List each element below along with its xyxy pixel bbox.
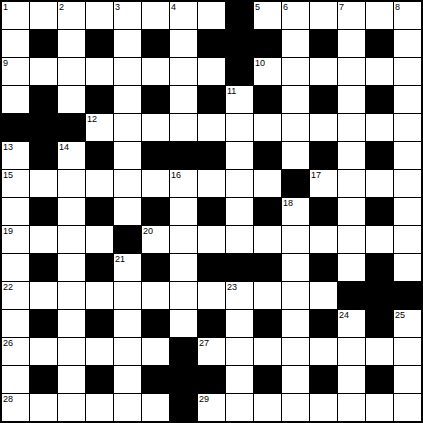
black-cell-r4c4 [86, 86, 113, 113]
black-cell-r10c10 [254, 254, 281, 281]
cell-r11c6[interactable] [142, 282, 169, 309]
cell-r4c9[interactable]: 11 [226, 86, 253, 113]
clue-number: 15 [3, 170, 13, 180]
cell-r14c11[interactable] [282, 366, 309, 393]
cell-r1c4[interactable] [86, 2, 113, 29]
cell-r7c1[interactable]: 15 [2, 170, 29, 197]
black-cell-r6c12 [310, 142, 337, 169]
cell-r5c8[interactable] [198, 114, 225, 141]
cell-r4c15[interactable] [394, 86, 421, 113]
cell-r9c2[interactable] [30, 226, 57, 253]
clue-number: 13 [3, 142, 13, 152]
black-cell-r12c10 [254, 310, 281, 337]
cell-r1c3[interactable]: 2 [58, 2, 85, 29]
clue-number: 25 [395, 310, 405, 320]
clue-number: 7 [339, 2, 344, 12]
cell-r2c15[interactable] [394, 30, 421, 57]
cell-r1c1[interactable]: 1 [2, 2, 29, 29]
cell-r3c10[interactable]: 10 [254, 58, 281, 85]
cell-r7c7[interactable]: 16 [170, 170, 197, 197]
black-cell-r2c9 [226, 30, 253, 57]
clue-number: 21 [115, 254, 125, 264]
black-cell-r5c3 [58, 114, 85, 141]
cell-r9c13[interactable] [338, 226, 365, 253]
black-cell-r14c2 [30, 366, 57, 393]
clue-number: 8 [395, 2, 400, 12]
cell-r5c12[interactable] [310, 114, 337, 141]
cell-r9c15[interactable] [394, 226, 421, 253]
cell-r7c8[interactable] [198, 170, 225, 197]
black-cell-r14c6 [142, 366, 169, 393]
black-cell-r10c6 [142, 254, 169, 281]
cell-r14c5[interactable] [114, 366, 141, 393]
cell-r1c13[interactable]: 7 [338, 2, 365, 29]
cell-r4c1[interactable] [2, 86, 29, 113]
cell-r1c7[interactable]: 4 [170, 2, 197, 29]
cell-r8c7[interactable] [170, 198, 197, 225]
clue-number: 11 [227, 86, 236, 96]
cell-r2c13[interactable] [338, 30, 365, 57]
cell-r11c8[interactable] [198, 282, 225, 309]
black-cell-r9c5 [114, 226, 141, 253]
cell-r1c11[interactable]: 6 [282, 2, 309, 29]
cell-r10c15[interactable] [394, 254, 421, 281]
cell-r7c14[interactable] [366, 170, 393, 197]
black-cell-r15c7 [170, 394, 197, 421]
clue-number: 9 [3, 58, 8, 68]
cell-r9c9[interactable] [226, 226, 253, 253]
black-cell-r4c10 [254, 86, 281, 113]
cell-r5c5[interactable] [114, 114, 141, 141]
black-cell-r14c8 [198, 366, 225, 393]
cell-r13c2[interactable] [30, 338, 57, 365]
black-cell-r11c13 [338, 282, 365, 309]
cell-r3c15[interactable] [394, 58, 421, 85]
cell-r13c13[interactable] [338, 338, 365, 365]
cell-r12c7[interactable] [170, 310, 197, 337]
black-cell-r4c2 [30, 86, 57, 113]
black-cell-r12c6 [142, 310, 169, 337]
cell-r3c14[interactable] [366, 58, 393, 85]
cell-r12c1[interactable] [2, 310, 29, 337]
black-cell-r10c4 [86, 254, 113, 281]
black-cell-r14c4 [86, 366, 113, 393]
black-cell-r1c9 [226, 2, 253, 29]
black-cell-r6c14 [366, 142, 393, 169]
clue-number: 20 [143, 226, 153, 236]
cell-r6c5[interactable] [114, 142, 141, 169]
black-cell-r6c6 [142, 142, 169, 169]
cell-r5c11[interactable] [282, 114, 309, 141]
clue-number: 3 [115, 2, 120, 12]
cell-r6c3[interactable]: 14 [58, 142, 85, 169]
black-cell-r3c9 [226, 58, 253, 85]
cell-r14c13[interactable] [338, 366, 365, 393]
cell-r9c6[interactable]: 20 [142, 226, 169, 253]
clue-number: 4 [171, 2, 176, 12]
cell-r11c9[interactable]: 23 [226, 282, 253, 309]
black-cell-r12c8 [198, 310, 225, 337]
black-cell-r6c4 [86, 142, 113, 169]
cell-r9c11[interactable] [282, 226, 309, 253]
cell-r8c11[interactable]: 18 [282, 198, 309, 225]
cell-r9c4[interactable] [86, 226, 113, 253]
clue-number: 14 [59, 142, 69, 152]
black-cell-r5c2 [30, 114, 57, 141]
cell-r11c3[interactable] [58, 282, 85, 309]
cell-r13c1[interactable]: 26 [2, 338, 29, 365]
cell-r15c9[interactable] [226, 394, 253, 421]
cell-r15c14[interactable] [366, 394, 393, 421]
cell-r11c2[interactable] [30, 282, 57, 309]
black-cell-r8c2 [30, 198, 57, 225]
cell-r6c15[interactable] [394, 142, 421, 169]
cell-r15c1[interactable]: 28 [2, 394, 29, 421]
cell-r11c5[interactable] [114, 282, 141, 309]
cell-r15c6[interactable] [142, 394, 169, 421]
cell-r5c7[interactable] [170, 114, 197, 141]
cell-r9c1[interactable]: 19 [2, 226, 29, 253]
cell-r13c8[interactable]: 27 [198, 338, 225, 365]
cell-r2c1[interactable] [2, 30, 29, 57]
cell-r1c10[interactable]: 5 [254, 2, 281, 29]
cell-r9c3[interactable] [58, 226, 85, 253]
cell-r13c15[interactable] [394, 338, 421, 365]
black-cell-r8c8 [198, 198, 225, 225]
cell-r5c9[interactable] [226, 114, 253, 141]
black-cell-r4c8 [198, 86, 225, 113]
cell-r7c15[interactable] [394, 170, 421, 197]
cell-r3c13[interactable] [338, 58, 365, 85]
cell-r8c15[interactable] [394, 198, 421, 225]
black-cell-r4c14 [366, 86, 393, 113]
black-cell-r10c9 [226, 254, 253, 281]
cell-r10c7[interactable] [170, 254, 197, 281]
cell-r13c4[interactable] [86, 338, 113, 365]
cell-r1c8[interactable] [198, 2, 225, 29]
cell-r7c3[interactable] [58, 170, 85, 197]
black-cell-r13c7 [170, 338, 197, 365]
cell-r15c11[interactable] [282, 394, 309, 421]
black-cell-r2c6 [142, 30, 169, 57]
cell-r7c2[interactable] [30, 170, 57, 197]
clue-number: 22 [3, 282, 13, 292]
clue-number: 5 [255, 2, 260, 12]
black-cell-r5c1 [2, 114, 29, 141]
cell-r15c12[interactable] [310, 394, 337, 421]
cell-r15c13[interactable] [338, 394, 365, 421]
cell-r12c15[interactable]: 25 [394, 310, 421, 337]
cell-r10c11[interactable] [282, 254, 309, 281]
cell-r7c10[interactable] [254, 170, 281, 197]
clue-number: 19 [3, 226, 13, 236]
cell-r9c8[interactable] [198, 226, 225, 253]
cell-r15c8[interactable]: 29 [198, 394, 225, 421]
cell-r3c3[interactable] [58, 58, 85, 85]
black-cell-r2c8 [198, 30, 225, 57]
clue-number: 18 [283, 198, 293, 208]
cell-r12c3[interactable] [58, 310, 85, 337]
cell-r5c15[interactable] [394, 114, 421, 141]
cell-r5c13[interactable] [338, 114, 365, 141]
cell-r1c6[interactable] [142, 2, 169, 29]
clue-number: 17 [311, 170, 321, 180]
cell-r6c1[interactable]: 13 [2, 142, 29, 169]
cell-r14c9[interactable] [226, 366, 253, 393]
black-cell-r2c4 [86, 30, 113, 57]
cell-r11c10[interactable] [254, 282, 281, 309]
cell-r8c3[interactable] [58, 198, 85, 225]
cell-r13c14[interactable] [366, 338, 393, 365]
cell-r9c14[interactable] [366, 226, 393, 253]
cell-r3c12[interactable] [310, 58, 337, 85]
cell-r15c10[interactable] [254, 394, 281, 421]
black-cell-r14c7 [170, 366, 197, 393]
cell-r1c12[interactable] [310, 2, 337, 29]
cell-r14c3[interactable] [58, 366, 85, 393]
black-cell-r7c11 [282, 170, 309, 197]
cell-r9c12[interactable] [310, 226, 337, 253]
black-cell-r2c12 [310, 30, 337, 57]
black-cell-r6c7 [170, 142, 197, 169]
clue-number: 1 [3, 2, 8, 12]
clue-number: 12 [87, 114, 97, 124]
clue-number: 27 [199, 338, 209, 348]
cell-r12c5[interactable] [114, 310, 141, 337]
cell-r3c1[interactable]: 9 [2, 58, 29, 85]
black-cell-r12c4 [86, 310, 113, 337]
clue-number: 28 [3, 394, 13, 404]
cell-r7c12[interactable]: 17 [310, 170, 337, 197]
clue-number: 23 [227, 282, 237, 292]
cell-r3c7[interactable] [170, 58, 197, 85]
crossword-board: 1234567891011121314151617181920212223242… [0, 0, 423, 423]
black-cell-r2c14 [366, 30, 393, 57]
cell-r8c9[interactable] [226, 198, 253, 225]
cell-r1c5[interactable]: 3 [114, 2, 141, 29]
cell-r15c5[interactable] [114, 394, 141, 421]
cell-r3c4[interactable] [86, 58, 113, 85]
clue-number: 6 [283, 2, 288, 12]
black-cell-r10c12 [310, 254, 337, 281]
cell-r15c3[interactable] [58, 394, 85, 421]
cell-r13c10[interactable] [254, 338, 281, 365]
cell-r10c13[interactable] [338, 254, 365, 281]
black-cell-r12c14 [366, 310, 393, 337]
cell-r5c10[interactable] [254, 114, 281, 141]
black-cell-r6c10 [254, 142, 281, 169]
black-cell-r2c10 [254, 30, 281, 57]
black-cell-r14c12 [310, 366, 337, 393]
cell-r13c5[interactable] [114, 338, 141, 365]
black-cell-r2c2 [30, 30, 57, 57]
black-cell-r6c2 [30, 142, 57, 169]
cell-r1c2[interactable] [30, 2, 57, 29]
cell-r2c7[interactable] [170, 30, 197, 57]
cell-r2c3[interactable] [58, 30, 85, 57]
clue-number: 26 [3, 338, 13, 348]
black-cell-r12c2 [30, 310, 57, 337]
cell-r7c4[interactable] [86, 170, 113, 197]
cell-r12c11[interactable] [282, 310, 309, 337]
cell-r3c6[interactable] [142, 58, 169, 85]
black-cell-r10c14 [366, 254, 393, 281]
cell-r4c11[interactable] [282, 86, 309, 113]
cell-r4c5[interactable] [114, 86, 141, 113]
cell-r11c7[interactable] [170, 282, 197, 309]
black-cell-r14c14 [366, 366, 393, 393]
cell-r11c11[interactable] [282, 282, 309, 309]
clue-number: 29 [199, 394, 209, 404]
cell-r2c11[interactable] [282, 30, 309, 57]
cell-r6c13[interactable] [338, 142, 365, 169]
cell-r5c6[interactable] [142, 114, 169, 141]
cell-r7c13[interactable] [338, 170, 365, 197]
cell-r4c3[interactable] [58, 86, 85, 113]
cell-r15c15[interactable] [394, 394, 421, 421]
cell-r7c9[interactable] [226, 170, 253, 197]
cell-r1c15[interactable]: 8 [394, 2, 421, 29]
black-cell-r10c2 [30, 254, 57, 281]
cell-r10c3[interactable] [58, 254, 85, 281]
cell-r10c1[interactable] [2, 254, 29, 281]
black-cell-r4c12 [310, 86, 337, 113]
cell-r15c4[interactable] [86, 394, 113, 421]
cell-r13c9[interactable] [226, 338, 253, 365]
cell-r7c6[interactable] [142, 170, 169, 197]
cell-r4c13[interactable] [338, 86, 365, 113]
cell-r5c4[interactable]: 12 [86, 114, 113, 141]
black-cell-r12c12 [310, 310, 337, 337]
cell-r3c11[interactable] [282, 58, 309, 85]
black-cell-r4c6 [142, 86, 169, 113]
black-cell-r8c12 [310, 198, 337, 225]
black-cell-r10c8 [198, 254, 225, 281]
cell-r1c14[interactable] [366, 2, 393, 29]
cell-r12c13[interactable]: 24 [338, 310, 365, 337]
black-cell-r8c14 [366, 198, 393, 225]
cell-r15c2[interactable] [30, 394, 57, 421]
cell-r13c12[interactable] [310, 338, 337, 365]
cell-r14c1[interactable] [2, 366, 29, 393]
cell-r6c11[interactable] [282, 142, 309, 169]
cell-r3c5[interactable] [114, 58, 141, 85]
cell-r6c9[interactable] [226, 142, 253, 169]
cell-r13c6[interactable] [142, 338, 169, 365]
cell-r11c12[interactable] [310, 282, 337, 309]
cell-r8c1[interactable] [2, 198, 29, 225]
black-cell-r14c10 [254, 366, 281, 393]
cell-r4c7[interactable] [170, 86, 197, 113]
black-cell-r8c10 [254, 198, 281, 225]
clue-number: 16 [171, 170, 181, 180]
black-cell-r11c15 [394, 282, 421, 309]
black-cell-r6c8 [198, 142, 225, 169]
cell-r9c10[interactable] [254, 226, 281, 253]
cell-r13c11[interactable] [282, 338, 309, 365]
clue-number: 10 [255, 58, 265, 68]
cell-r8c13[interactable] [338, 198, 365, 225]
cell-r14c15[interactable] [394, 366, 421, 393]
cell-r11c4[interactable] [86, 282, 113, 309]
cell-r8c5[interactable] [114, 198, 141, 225]
black-cell-r8c6 [142, 198, 169, 225]
cell-r11c1[interactable]: 22 [2, 282, 29, 309]
cell-r3c8[interactable] [198, 58, 225, 85]
cell-r12c9[interactable] [226, 310, 253, 337]
cell-r2c5[interactable] [114, 30, 141, 57]
clue-number: 24 [339, 310, 349, 320]
cell-r7c5[interactable] [114, 170, 141, 197]
cell-r10c5[interactable]: 21 [114, 254, 141, 281]
black-cell-r11c14 [366, 282, 393, 309]
cell-r5c14[interactable] [366, 114, 393, 141]
cell-r13c3[interactable] [58, 338, 85, 365]
cell-r3c2[interactable] [30, 58, 57, 85]
cell-r9c7[interactable] [170, 226, 197, 253]
clue-number: 2 [59, 2, 64, 12]
black-cell-r8c4 [86, 198, 113, 225]
